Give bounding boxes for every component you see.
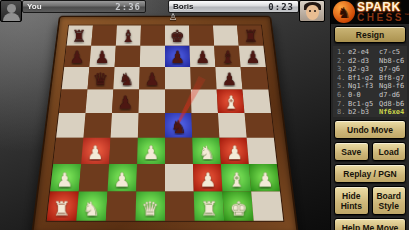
white-player-bar: You 2:36	[22, 0, 146, 13]
piece-bB-c8[interactable]: ♝	[116, 27, 141, 45]
white-move[interactable]: e2-e4	[348, 48, 379, 57]
square-e4[interactable]: ♞	[165, 113, 192, 138]
square-f6[interactable]	[190, 67, 216, 89]
square-c3[interactable]	[109, 138, 138, 164]
move-row: 6.0-0d7-d6	[337, 91, 407, 100]
square-e2[interactable]	[165, 164, 194, 192]
piece-wR-a1[interactable]: ♜	[47, 198, 76, 220]
piece-bQ-b6[interactable]: ♛	[88, 70, 114, 89]
square-d1[interactable]: ♛	[135, 192, 165, 221]
piece-bB-g7[interactable]: ♝	[215, 48, 240, 66]
square-b8[interactable]	[91, 25, 117, 45]
piece-bR-a8[interactable]: ♜	[67, 27, 92, 45]
move-row: 7.Bc1-g5Qd8-b6	[337, 100, 407, 109]
piece-bP-d6[interactable]: ♟	[139, 70, 165, 89]
move-list[interactable]: 1.e2-e4c7-c52.d2-d3Nb8-c63.g2-g3g7-g64.B…	[333, 46, 407, 117]
board-frame: ♜♝♚♜♟♟♟♟♝♟♛♞♟♟♟♝♞♟♟♞♟♟♟♟♝♟♜♞♛♜♚	[31, 16, 299, 230]
square-a4[interactable]	[56, 113, 85, 138]
piece-wP-h2[interactable]: ♟	[251, 169, 280, 190]
avatar-black-player	[299, 0, 325, 22]
square-g7[interactable]: ♝	[214, 46, 240, 67]
square-a6[interactable]	[62, 67, 90, 89]
piece-wQ-d1[interactable]: ♛	[136, 198, 165, 220]
move-number: 4.	[337, 74, 348, 83]
move-row: 8.b2-b3Nf6xe4	[337, 108, 407, 117]
board-style-button[interactable]: Board Style	[372, 186, 407, 215]
square-c1[interactable]	[106, 192, 136, 221]
undo-move-button[interactable]: Undo Move	[334, 120, 406, 139]
square-a3[interactable]	[53, 138, 83, 164]
save-button[interactable]: Save	[334, 142, 369, 161]
move-row: 1.e2-e4c7-c5	[337, 48, 407, 57]
resign-button[interactable]: Resign	[334, 26, 406, 43]
piece-bK-e8[interactable]: ♚	[165, 27, 190, 45]
square-c2[interactable]: ♟	[108, 164, 138, 192]
square-h2[interactable]: ♟	[249, 164, 280, 192]
move-row: 2.d2-d3Nb8-c6	[337, 57, 407, 66]
piece-wN-b1[interactable]: ♞	[77, 198, 106, 220]
white-move[interactable]: Bc1-g5	[348, 100, 379, 109]
sparkchess-logo: ♞ SPARK CHESS™	[331, 0, 409, 24]
square-b3[interactable]: ♟	[81, 138, 110, 164]
move-number: 1.	[337, 48, 348, 57]
square-h6[interactable]	[241, 67, 269, 89]
move-number: 3.	[337, 65, 348, 74]
black-move[interactable]: Bf8-g7	[379, 74, 407, 83]
square-g6[interactable]: ♟	[215, 67, 242, 89]
piece-wP-g3[interactable]: ♟	[221, 142, 249, 162]
square-g4[interactable]	[218, 113, 247, 138]
piece-wP-a2[interactable]: ♟	[50, 169, 79, 190]
square-f1[interactable]: ♜	[194, 192, 224, 221]
square-g8[interactable]	[213, 25, 239, 45]
piece-bN-c6[interactable]: ♞	[113, 70, 139, 89]
square-h5[interactable]	[242, 89, 271, 113]
square-b4[interactable]	[83, 113, 112, 138]
square-d4[interactable]	[138, 113, 165, 138]
piece-wP-d3[interactable]: ♟	[137, 142, 165, 162]
piece-wB-g2[interactable]: ♝	[222, 169, 251, 190]
black-player-name: Boris	[169, 2, 268, 11]
help-me-move-button[interactable]: Help Me Move	[334, 218, 406, 230]
square-e3[interactable]	[165, 138, 193, 164]
square-b6[interactable]: ♛	[88, 67, 115, 89]
square-a1[interactable]: ♜	[47, 192, 79, 221]
piece-wB-g5[interactable]: ♝	[218, 93, 244, 112]
square-a8[interactable]: ♜	[67, 25, 93, 45]
sidebar: ♞ SPARK CHESS™ Resign 1.e2-e4c7-c52.d2-d…	[330, 0, 409, 230]
square-b2[interactable]	[79, 164, 109, 192]
square-e7[interactable]: ♟	[165, 46, 190, 67]
trademark-symbol: ™	[404, 12, 409, 18]
square-e6[interactable]	[165, 67, 191, 89]
black-move[interactable]: g7-g6	[379, 65, 407, 74]
square-c7[interactable]	[115, 46, 141, 67]
black-move[interactable]: Qd8-b6	[379, 100, 407, 109]
square-b7[interactable]: ♟	[89, 46, 115, 67]
piece-wP-c2[interactable]: ♟	[108, 169, 137, 190]
white-move[interactable]: 0-0	[348, 91, 379, 100]
move-number: 8.	[337, 108, 348, 117]
board-scene: ♜♝♚♜♟♟♟♟♝♟♛♞♟♟♟♝♞♟♟♞♟♟♟♟♝♟♜♞♛♜♚	[0, 0, 330, 230]
piece-bR-h8[interactable]: ♜	[239, 27, 264, 45]
hide-hints-button[interactable]: Hide Hints	[334, 186, 369, 215]
square-g1[interactable]: ♚	[222, 192, 253, 221]
black-player-clock: 0:23	[268, 2, 298, 12]
game-area: ♜♝♚♜♟♟♟♟♝♟♛♞♟♟♟♝♞♟♟♞♟♟♟♟♝♟♜♞♛♜♚ You 2:36…	[0, 0, 330, 230]
avatar-white-player	[0, 0, 22, 22]
square-c8[interactable]: ♝	[116, 25, 141, 45]
move-number: 6.	[337, 91, 348, 100]
piece-bP-a7[interactable]: ♟	[64, 48, 89, 66]
square-d5[interactable]	[138, 89, 165, 113]
square-c4[interactable]	[111, 113, 139, 138]
white-move[interactable]: Ng1-f3	[348, 82, 379, 91]
black-move[interactable]: Nb8-c6	[379, 57, 407, 66]
black-move[interactable]: Nf6xe4	[379, 108, 407, 117]
piece-bP-g6[interactable]: ♟	[217, 70, 243, 89]
square-e1[interactable]	[165, 192, 195, 221]
replay-pgn-button[interactable]: Replay / PGN	[334, 164, 406, 183]
square-d7[interactable]	[140, 46, 165, 67]
square-h8[interactable]: ♜	[237, 25, 263, 45]
square-g3[interactable]: ♟	[219, 138, 248, 164]
move-row: 3.g2-g3g7-g6	[337, 65, 407, 74]
horse-logo-icon: ♞	[333, 1, 355, 23]
white-player-name: You	[23, 2, 115, 11]
square-f8[interactable]	[189, 25, 214, 45]
piece-wP-b3[interactable]: ♟	[81, 142, 109, 162]
move-row: 4.Bf1-g2Bf8-g7	[337, 74, 407, 83]
pawn-turn-icon: ♙	[169, 12, 177, 22]
white-move[interactable]: d2-d3	[348, 57, 379, 66]
square-a2[interactable]: ♟	[50, 164, 81, 192]
square-h7[interactable]: ♟	[239, 46, 266, 67]
square-f4[interactable]	[192, 113, 220, 138]
square-f2[interactable]: ♟	[193, 164, 223, 192]
square-d8[interactable]	[140, 25, 165, 45]
load-button[interactable]: Load	[372, 142, 407, 161]
square-c5[interactable]: ♟	[112, 89, 139, 113]
piece-wN-f3[interactable]: ♞	[193, 142, 221, 162]
square-h3[interactable]	[247, 138, 277, 164]
move-row: 5.Ng1-f3Ng8-f6	[337, 82, 407, 91]
square-e5[interactable]	[165, 89, 192, 113]
piece-bP-f7[interactable]: ♟	[190, 48, 215, 66]
square-e8[interactable]: ♚	[165, 25, 190, 45]
square-b1[interactable]: ♞	[76, 192, 107, 221]
square-f7[interactable]: ♟	[190, 46, 216, 67]
black-move[interactable]: c7-c5	[379, 48, 407, 57]
square-d3[interactable]: ♟	[137, 138, 165, 164]
square-a7[interactable]: ♟	[64, 46, 91, 67]
white-player-clock: 2:36	[115, 2, 145, 12]
square-c6[interactable]: ♞	[113, 67, 139, 89]
black-move[interactable]: Ng8-f6	[379, 82, 407, 91]
white-move[interactable]: Bf1-g2	[348, 74, 379, 83]
square-g5[interactable]: ♝	[217, 89, 245, 113]
square-h1[interactable]	[251, 192, 283, 221]
piece-wK-g1[interactable]: ♚	[224, 198, 253, 220]
move-number: 2.	[337, 57, 348, 66]
square-a5[interactable]	[59, 89, 88, 113]
logo-chess-text: CHESS™	[357, 13, 409, 23]
white-move[interactable]: b2-b3	[348, 108, 379, 117]
square-d6[interactable]: ♟	[139, 67, 165, 89]
piece-bP-c5[interactable]: ♟	[112, 93, 138, 112]
white-move[interactable]: g2-g3	[348, 65, 379, 74]
piece-bP-b7[interactable]: ♟	[90, 48, 115, 66]
square-f5[interactable]	[191, 89, 218, 113]
black-move[interactable]: d7-d6	[379, 91, 407, 100]
piece-bN-e4[interactable]: ♞	[165, 117, 192, 137]
avatar-silhouette-icon	[7, 4, 16, 13]
piece-wP-f2[interactable]: ♟	[194, 169, 223, 190]
square-d2[interactable]	[136, 164, 165, 192]
piece-wR-f1[interactable]: ♜	[194, 198, 223, 220]
square-g2[interactable]: ♝	[221, 164, 251, 192]
square-h4[interactable]	[245, 113, 274, 138]
square-b5[interactable]	[85, 89, 113, 113]
black-player-bar: Boris 0:23	[168, 0, 299, 13]
board-grid: ♜♝♚♜♟♟♟♟♝♟♛♞♟♟♟♝♞♟♟♞♟♟♟♟♝♟♜♞♛♜♚	[46, 25, 285, 222]
piece-bP-e7[interactable]: ♟	[165, 48, 190, 66]
move-number: 7.	[337, 100, 348, 109]
square-f3[interactable]: ♞	[192, 138, 221, 164]
piece-bP-h7[interactable]: ♟	[240, 48, 265, 66]
move-number: 5.	[337, 82, 348, 91]
